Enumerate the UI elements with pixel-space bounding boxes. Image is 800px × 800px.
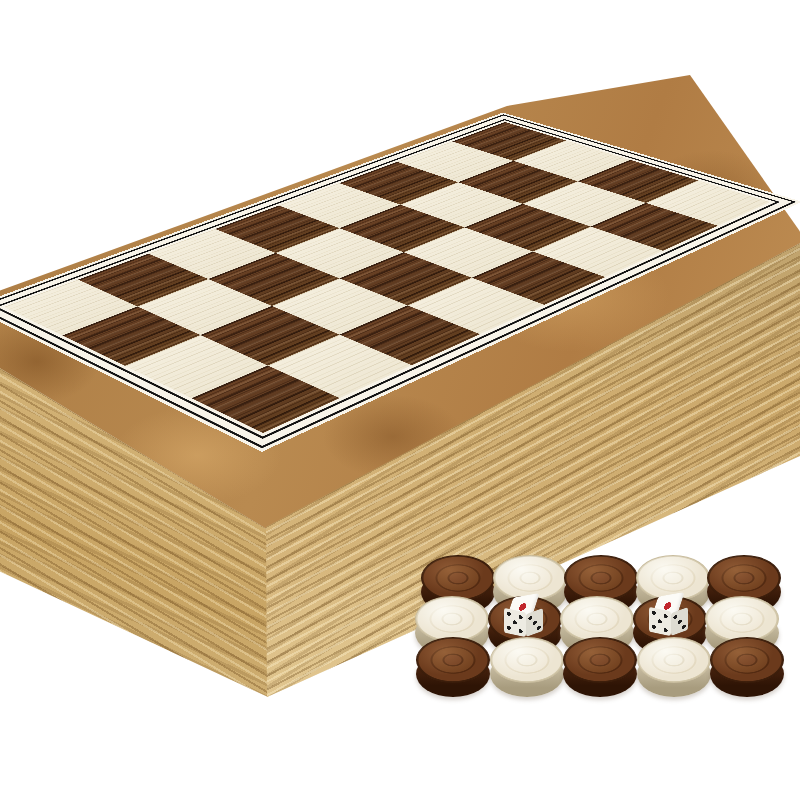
die-left-face-five [649,607,671,637]
checker-face [707,555,781,601]
checker-face [564,555,638,601]
checker-face [637,637,711,683]
checker-face [705,596,779,642]
checker-brown[interactable] [563,637,637,699]
checker-face [416,637,490,683]
die[interactable] [503,596,547,644]
checker-face [421,555,495,601]
checker-face [710,637,784,683]
checker-face [415,596,489,642]
checker-face [563,637,637,683]
product-photo-stage [0,0,800,800]
checker-cream[interactable] [637,637,711,699]
checker-face [560,596,634,642]
checker-cream[interactable] [490,637,564,699]
die-left-face-five [504,608,526,638]
die-right-face-three [526,608,543,637]
die-right-face-three [671,607,688,636]
checker-brown[interactable] [416,637,490,699]
checker-brown[interactable] [710,637,784,699]
die[interactable] [648,595,692,643]
